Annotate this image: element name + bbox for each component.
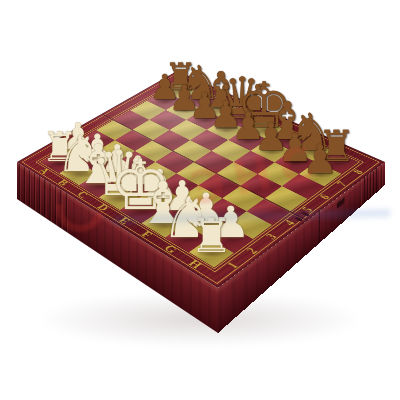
file-label-b: B	[55, 178, 70, 187]
file-label-c: C	[74, 190, 90, 200]
file-label-a: A	[36, 167, 51, 176]
file-label-d: D	[94, 203, 110, 213]
file-label-g: G	[161, 243, 179, 255]
rank-label-2: 2	[244, 246, 261, 257]
product-photo: ABCDEFGH12345678 ♜♞♝♛♚♝♞♜♟♟♟♟♟♟♟♟♟♟♟♟♟♟♟…	[0, 0, 400, 400]
clasp-latch	[337, 197, 344, 208]
rank-label-6: 6	[317, 192, 334, 201]
chess-board: ABCDEFGH12345678	[17, 71, 385, 288]
file-label-h: H	[185, 258, 204, 271]
rank-label-8: 8	[350, 168, 367, 177]
rank-label-7: 7	[334, 180, 351, 189]
rank-label-1: 1	[224, 260, 241, 271]
file-label-f: F	[138, 230, 154, 240]
fold-seam-side	[319, 211, 320, 243]
file-label-e: E	[116, 216, 132, 226]
rank-label-3: 3	[263, 232, 280, 242]
rank-label-4: 4	[281, 218, 298, 228]
